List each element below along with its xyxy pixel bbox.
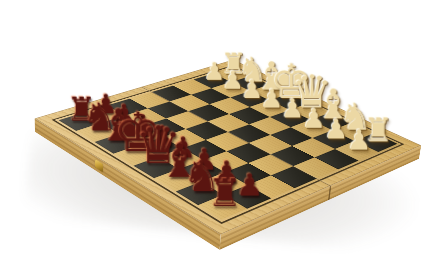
board-grid: ♜♟♟♜♞♟♟♞♝♟♟♝♚♟♟♚♛♟♟♛♝♟♟♝♞♟♟♞♜♟♟♜: [59, 68, 398, 220]
piece-white-pawn: ♟: [281, 97, 304, 122]
brass-clasp: [95, 159, 103, 172]
playing-area: ♜♟♟♜♞♟♟♞♝♟♟♝♚♟♟♚♛♟♟♛♝♟♟♝♞♟♟♞♜♟♟♜: [52, 65, 405, 224]
perspective-scene: ♜♟♟♜♞♟♟♞♝♟♟♝♚♟♟♚♛♟♟♛♝♟♟♝♞♟♟♞♜♟♟♜: [0, 0, 448, 259]
piece-white-pawn: ♟: [347, 127, 372, 153]
piece-white-pawn: ♟: [324, 117, 348, 143]
square-d4: [228, 124, 270, 143]
piece-white-pawn: ♟: [302, 107, 326, 132]
chess-board: ♜♟♟♜♞♟♟♞♝♟♟♝♚♟♟♚♛♟♟♛♝♟♟♝♞♟♟♞♜♟♟♜: [35, 60, 422, 235]
fold-seam-side: [328, 185, 331, 200]
chess-set-photo: ♜♟♟♜♞♟♟♞♝♟♟♝♚♟♟♚♛♟♟♛♝♟♟♝♞♟♟♞♜♟♟♜: [0, 0, 448, 259]
piece-black-rook: ♜: [208, 174, 242, 210]
